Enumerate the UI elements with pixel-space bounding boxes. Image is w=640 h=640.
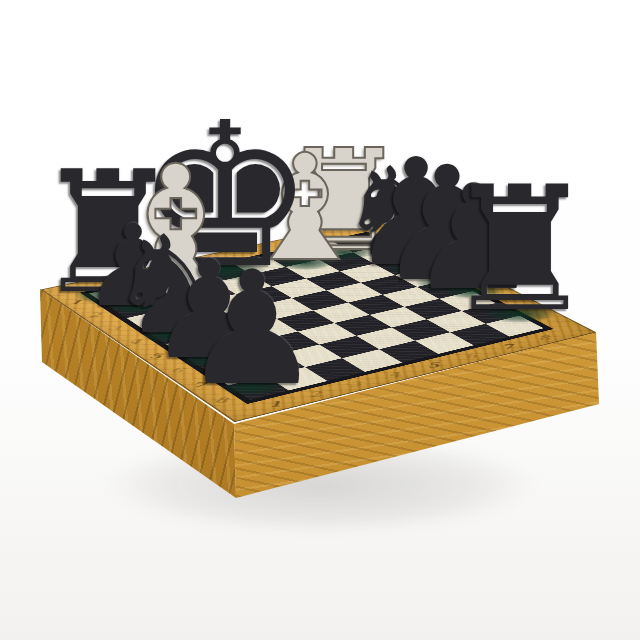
black-pawn-a1[interactable]: ♟ (182, 250, 323, 407)
black-rook-h1[interactable]: ♜ (443, 164, 597, 336)
scene: 1 2 3 4 5 6 7 8 1 2 3 4 5 6 7 8 (0, 0, 640, 640)
pieces-layer: ♜ ♟ ♝ ♞ ♟ ♟ ♚ ♝ ♜ ♞ ♟ ♟ ♟ ♜ (0, 0, 640, 640)
pawn-glyph: ♟ (182, 250, 323, 407)
rook-glyph: ♜ (443, 164, 597, 336)
